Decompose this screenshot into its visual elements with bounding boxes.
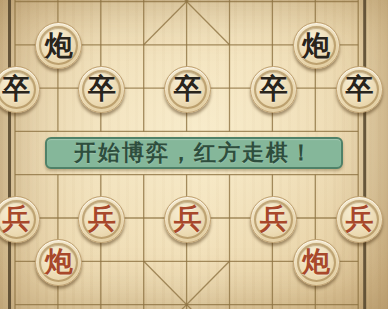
- piece-red-cannon[interactable]: 炮: [35, 239, 82, 286]
- piece-glyph: 炮: [302, 248, 330, 276]
- turn-banner-text: 开始博弈，红方走棋！: [74, 138, 314, 168]
- piece-black-soldier[interactable]: 卒: [336, 66, 383, 113]
- piece-black-cannon[interactable]: 炮: [293, 22, 340, 69]
- piece-black-soldier[interactable]: 卒: [250, 66, 297, 113]
- piece-glyph: 兵: [88, 205, 116, 233]
- piece-glyph: 炮: [302, 32, 330, 60]
- piece-red-soldier[interactable]: 兵: [0, 196, 40, 243]
- piece-black-soldier[interactable]: 卒: [78, 66, 125, 113]
- piece-glyph: 兵: [2, 205, 30, 233]
- piece-glyph: 卒: [259, 75, 287, 103]
- turn-banner: 开始博弈，红方走棋！: [45, 137, 343, 169]
- piece-glyph: 炮: [45, 248, 73, 276]
- piece-glyph: 兵: [259, 205, 287, 233]
- piece-glyph: 兵: [345, 205, 373, 233]
- piece-glyph: 兵: [174, 205, 202, 233]
- piece-glyph: 卒: [174, 75, 202, 103]
- piece-glyph: 卒: [2, 75, 30, 103]
- piece-glyph: 炮: [45, 32, 73, 60]
- piece-black-soldier[interactable]: 卒: [164, 66, 211, 113]
- piece-red-soldier[interactable]: 兵: [78, 196, 125, 243]
- piece-red-soldier[interactable]: 兵: [164, 196, 211, 243]
- piece-glyph: 卒: [88, 75, 116, 103]
- piece-black-soldier[interactable]: 卒: [0, 66, 40, 113]
- piece-red-cannon[interactable]: 炮: [293, 239, 340, 286]
- piece-red-soldier[interactable]: 兵: [336, 196, 383, 243]
- piece-red-soldier[interactable]: 兵: [250, 196, 297, 243]
- piece-glyph: 卒: [345, 75, 373, 103]
- xiangqi-board[interactable]: 炮炮卒卒卒卒卒兵兵兵兵兵炮炮 开始博弈，红方走棋！: [0, 0, 388, 309]
